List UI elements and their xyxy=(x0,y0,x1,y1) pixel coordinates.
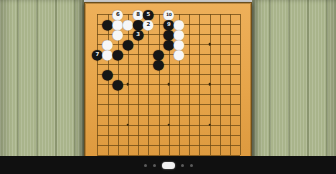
star-point xyxy=(167,123,170,126)
app-window: ●6●8●5●10●●●●●2●9●●●3●●●●●●●7●●●●●●● xyxy=(0,0,336,174)
stone-black-c3r8: ● xyxy=(113,79,123,89)
stone-black-c7r6: ● xyxy=(154,59,164,69)
tatami-left-panel xyxy=(0,0,84,174)
stone-black-c4r4: ● xyxy=(123,39,133,49)
grid-line-horizontal xyxy=(97,94,240,95)
grid-line-vertical xyxy=(240,14,241,155)
jump-to-end-button[interactable] xyxy=(190,164,193,167)
playback-bar xyxy=(0,156,336,174)
current-position-button[interactable] xyxy=(162,162,175,169)
stone-black-c5r3: ●3 xyxy=(133,29,143,39)
star-point xyxy=(208,43,211,46)
grid-line-vertical xyxy=(230,14,231,155)
star-point xyxy=(167,83,170,86)
grid-line-vertical xyxy=(220,14,221,155)
grid-line-vertical xyxy=(189,14,190,155)
white-stone-icon: ● xyxy=(173,49,185,59)
jump-to-start-button[interactable] xyxy=(144,164,147,167)
playback-controls xyxy=(144,162,193,169)
star-point xyxy=(127,83,130,86)
step-back-button[interactable] xyxy=(153,164,156,167)
black-stone-icon: ● xyxy=(112,79,124,89)
tatami-right-panel xyxy=(252,0,336,174)
black-stone-icon: ● xyxy=(112,49,124,59)
move-number-label: 2 xyxy=(143,19,153,29)
grid-line-horizontal xyxy=(97,145,240,146)
stone-white-c9r5: ● xyxy=(174,49,184,59)
star-point xyxy=(208,83,211,86)
go-board[interactable]: ●6●8●5●10●●●●●2●9●●●3●●●●●●●7●●●●●●● xyxy=(84,2,252,158)
grid-line-horizontal xyxy=(97,115,240,116)
step-forward-button[interactable] xyxy=(181,164,184,167)
grid-line-horizontal xyxy=(97,135,240,136)
grid-line-vertical xyxy=(199,14,200,155)
star-point xyxy=(208,123,211,126)
star-point xyxy=(127,123,130,126)
black-stone-icon: ● xyxy=(153,59,165,69)
stone-white-c6r2: ●2 xyxy=(143,19,153,29)
stone-black-c3r5: ● xyxy=(113,49,123,59)
grid-line-horizontal xyxy=(97,104,240,105)
move-number-label: 3 xyxy=(133,29,143,39)
